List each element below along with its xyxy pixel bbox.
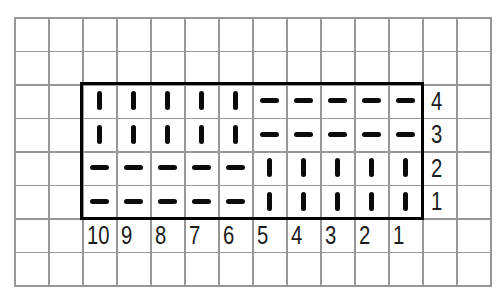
grid-cell [288,52,321,84]
purl-symbol [294,98,313,103]
purl-symbol [362,132,381,137]
chart-cell [150,118,184,152]
chart-cell [116,118,150,152]
grid-cell [16,19,49,51]
chart-cell [354,84,388,118]
grid-cell [424,19,457,51]
grid-cell [16,253,49,285]
grid-cell [458,86,491,118]
grid-cell [424,52,457,84]
stitch-number-text: 9 [121,222,132,248]
row-number-label: 2 [424,151,456,185]
grid-cell [220,253,253,285]
row-number-label: 3 [424,118,456,152]
stitch-number-labels: 10987654321 [82,218,422,252]
grid-cell [50,52,83,84]
row-number-labels: 4321 [424,84,456,218]
stitch-number-text: 5 [257,222,268,248]
knitting-chart: 4321 10987654321 [0,0,504,295]
chart-cell [184,185,218,219]
chart-symbols [82,84,422,218]
chart-cell [354,185,388,219]
chart-cell [252,84,286,118]
grid-cell [16,119,49,151]
knit-symbol [301,158,306,177]
chart-cell [252,151,286,185]
grid-cell [458,186,491,218]
grid-cell [16,186,49,218]
purl-symbol [294,132,313,137]
purl-symbol [192,165,211,170]
row-number-label: 1 [424,185,456,219]
grid-cell [288,253,321,285]
stitch-number-text: 2 [359,222,370,248]
stitch-number-label: 3 [320,218,354,252]
grid-cell [118,253,151,285]
grid-cell [322,52,355,84]
purl-symbol [90,199,109,204]
knit-symbol [165,91,170,110]
row-number-label: 4 [424,84,456,118]
grid-cell [458,19,491,51]
grid-cell [152,19,185,51]
grid-cell [16,52,49,84]
knit-symbol [267,158,272,177]
purl-symbol [158,165,177,170]
chart-cell [320,118,354,152]
chart-cell [218,185,252,219]
grid-cell [288,19,321,51]
knit-symbol [267,192,272,211]
purl-symbol [260,98,279,103]
purl-symbol [124,165,143,170]
purl-symbol [90,165,109,170]
grid-cell [50,153,83,185]
chart-cell [82,151,116,185]
grid-cell [16,86,49,118]
chart-cell [388,185,422,219]
grid-cell [50,186,83,218]
knit-symbol [199,125,204,144]
chart-cell [116,151,150,185]
stitch-number-label: 8 [150,218,184,252]
grid-cell [390,253,423,285]
purl-symbol [124,199,143,204]
chart-cell [82,185,116,219]
chart-cell [184,118,218,152]
chart-cell [286,185,320,219]
knit-symbol [335,158,340,177]
grid-cell [84,19,117,51]
grid-cell [458,153,491,185]
purl-symbol [396,132,415,137]
chart-cell [320,84,354,118]
chart-cell [218,84,252,118]
purl-symbol [260,132,279,137]
grid-cell [390,19,423,51]
grid-cell [152,253,185,285]
chart-cell [354,118,388,152]
grid-cell [424,253,457,285]
knit-symbol [335,192,340,211]
grid-cell [322,253,355,285]
knit-symbol [97,125,102,144]
chart-cell [150,185,184,219]
grid-cell [50,86,83,118]
chart-cell [388,151,422,185]
purl-symbol [226,199,245,204]
purl-symbol [226,165,245,170]
knit-symbol [369,192,374,211]
chart-cell [286,118,320,152]
chart-cell [116,185,150,219]
knit-symbol [403,158,408,177]
grid-cell [254,52,287,84]
purl-symbol [192,199,211,204]
chart-cell [150,84,184,118]
grid-cell [16,153,49,185]
chart-cell [354,151,388,185]
grid-cell [254,253,287,285]
grid-cell [424,220,457,252]
grid-cell [84,253,117,285]
stitch-number-text: 6 [223,222,234,248]
stitch-number-text: 4 [291,222,302,248]
grid-cell [356,253,389,285]
row-number-text: 2 [431,155,442,181]
grid-cell [322,19,355,51]
grid-cell [356,19,389,51]
chart-cell [320,185,354,219]
grid-cell [458,253,491,285]
grid-cell [220,52,253,84]
knit-symbol [199,91,204,110]
stitch-number-label: 2 [354,218,388,252]
chart-cell [218,151,252,185]
grid-cell [458,119,491,151]
chart-cell [286,84,320,118]
grid-cell [118,52,151,84]
stitch-number-text: 10 [87,222,110,248]
knit-symbol [233,125,238,144]
chart-cell [320,151,354,185]
grid-cell [186,253,219,285]
knit-symbol [165,125,170,144]
grid-cell [254,19,287,51]
row-number-text: 4 [431,88,442,114]
chart-cell [252,118,286,152]
knit-symbol [97,91,102,110]
grid-cell [390,52,423,84]
grid-cell [220,19,253,51]
knit-symbol [403,192,408,211]
grid-cell [50,220,83,252]
grid-cell [458,220,491,252]
grid-cell [118,19,151,51]
chart-cell [150,151,184,185]
purl-symbol [362,98,381,103]
grid-cell [50,19,83,51]
stitch-number-label: 6 [218,218,252,252]
stitch-number-label: 5 [252,218,286,252]
grid-cell [186,19,219,51]
grid-cell [16,220,49,252]
purl-symbol [328,132,347,137]
grid-cell [458,52,491,84]
grid-cell [50,119,83,151]
chart-cell [388,118,422,152]
stitch-number-text: 1 [393,222,404,248]
knit-symbol [301,192,306,211]
chart-cell [116,84,150,118]
purl-symbol [158,199,177,204]
purl-symbol [396,98,415,103]
chart-cell [218,118,252,152]
chart-cell [286,151,320,185]
chart-cell [184,151,218,185]
stitch-number-text: 8 [155,222,166,248]
chart-cell [184,84,218,118]
stitch-number-label: 1 [388,218,422,252]
stitch-number-label: 4 [286,218,320,252]
knit-symbol [369,158,374,177]
chart-cell [388,84,422,118]
grid-cell [356,52,389,84]
purl-symbol [328,98,347,103]
stitch-number-label: 7 [184,218,218,252]
chart-cell [82,118,116,152]
chart-cell [252,185,286,219]
grid-cell [50,253,83,285]
grid-cell [186,52,219,84]
row-number-text: 1 [431,188,442,214]
stitch-number-text: 3 [325,222,336,248]
stitch-number-label: 9 [116,218,150,252]
knit-symbol [131,125,136,144]
grid-cell [152,52,185,84]
knit-symbol [233,91,238,110]
row-number-text: 3 [431,121,442,147]
grid-cell [84,52,117,84]
knit-symbol [131,91,136,110]
chart-cell [82,84,116,118]
stitch-number-label: 10 [82,218,116,252]
stitch-number-text: 7 [189,222,200,248]
